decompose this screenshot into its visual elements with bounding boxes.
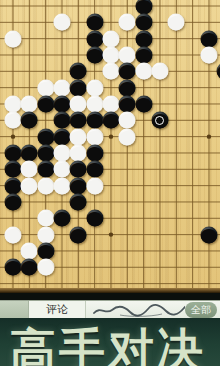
stone-glyph: ● — [119, 112, 136, 129]
stone-glyph: ● — [37, 128, 54, 145]
black-stone[interactable]: ● — [70, 193, 87, 210]
black-stone[interactable]: ● — [119, 79, 136, 96]
white-stone[interactable]: ● — [37, 226, 54, 243]
black-stone[interactable]: ● — [37, 242, 54, 259]
stone-glyph: ● — [37, 177, 54, 194]
black-stone-last-move[interactable]: ● — [151, 112, 168, 129]
black-stone[interactable]: ● — [70, 161, 87, 178]
stone-glyph: ● — [102, 95, 119, 112]
stone-glyph: ● — [168, 14, 185, 31]
star-point — [207, 134, 211, 138]
white-stone[interactable]: ● — [5, 112, 22, 129]
stone-glyph: ● — [5, 95, 22, 112]
stone-glyph: ● — [119, 79, 136, 96]
stone-glyph: ● — [151, 112, 168, 129]
stone-glyph: ● — [37, 226, 54, 243]
go-board[interactable]: ●●●●●●●●●●●●●●●●●●●●●●●●●●●●●●●●●●●●●●●●… — [0, 0, 220, 288]
stone-glyph: ● — [102, 46, 119, 63]
white-stone[interactable]: ● — [70, 128, 87, 145]
stone-glyph: ● — [37, 79, 54, 96]
stone-glyph: ● — [5, 144, 22, 161]
white-stone[interactable]: ● — [5, 95, 22, 112]
white-stone[interactable]: ● — [5, 226, 22, 243]
stone-glyph: ● — [21, 177, 38, 194]
black-stone[interactable]: ● — [53, 128, 70, 145]
stone-glyph: ● — [86, 46, 103, 63]
stone-glyph: ● — [119, 128, 136, 145]
stone-glyph: ● — [151, 63, 168, 80]
stone-glyph: ● — [70, 161, 87, 178]
white-stone[interactable]: ● — [86, 128, 103, 145]
stone-glyph: ● — [5, 193, 22, 210]
black-stone[interactable]: ● — [70, 79, 87, 96]
stone-glyph: ● — [200, 46, 217, 63]
black-stone[interactable]: ● — [37, 128, 54, 145]
black-stone[interactable]: ● — [86, 161, 103, 178]
stone-glyph: ● — [37, 161, 54, 178]
black-stone[interactable]: ● — [70, 226, 87, 243]
stone-glyph: ● — [21, 259, 38, 276]
black-stone[interactable]: ● — [37, 144, 54, 161]
white-stone[interactable]: ● — [37, 210, 54, 227]
promo-banner[interactable]: 高手对决 — [0, 318, 220, 366]
black-stone[interactable]: ● — [21, 144, 38, 161]
stone-glyph: ● — [70, 226, 87, 243]
stone-glyph: ● — [119, 63, 136, 80]
stone-glyph: ● — [135, 95, 152, 112]
black-stone[interactable]: ● — [135, 95, 152, 112]
stone-glyph: ● — [37, 95, 54, 112]
stone-glyph: ● — [70, 79, 87, 96]
stone-glyph: ● — [21, 112, 38, 129]
white-stone[interactable]: ● — [151, 63, 168, 80]
black-stone[interactable]: ● — [86, 46, 103, 63]
white-stone[interactable]: ● — [37, 79, 54, 96]
stone-glyph: ● — [37, 242, 54, 259]
white-stone[interactable]: ● — [102, 46, 119, 63]
stone-glyph: ● — [135, 46, 152, 63]
white-stone[interactable]: ● — [200, 46, 217, 63]
comment-preview-area[interactable] — [86, 301, 185, 318]
white-stone[interactable]: ● — [119, 46, 136, 63]
black-stone[interactable]: ● — [102, 112, 119, 129]
handwriting-scribble-icon — [90, 302, 185, 318]
stone-glyph: ● — [53, 128, 70, 145]
stone-glyph: ● — [102, 63, 119, 80]
stone-glyph: ● — [86, 14, 103, 31]
toolbar-left-button[interactable] — [0, 301, 29, 318]
black-stone[interactable]: ● — [86, 210, 103, 227]
black-stone[interactable]: ● — [119, 63, 136, 80]
white-stone[interactable]: ● — [102, 63, 119, 80]
stone-glyph: ● — [102, 112, 119, 129]
white-stone[interactable]: ● — [37, 259, 54, 276]
black-stone[interactable]: ● — [5, 259, 22, 276]
white-stone[interactable]: ● — [21, 95, 38, 112]
black-stone[interactable]: ● — [37, 95, 54, 112]
stone-glyph: ● — [37, 210, 54, 227]
black-stone[interactable]: ● — [5, 193, 22, 210]
stone-glyph: ● — [135, 30, 152, 47]
stone-glyph: ● — [200, 226, 217, 243]
stone-glyph: ● — [5, 161, 22, 178]
stone-glyph: ● — [5, 177, 22, 194]
stone-glyph: ● — [53, 177, 70, 194]
white-stone[interactable]: ● — [119, 14, 136, 31]
black-stone[interactable]: ● — [200, 226, 217, 243]
stone-glyph: ● — [21, 242, 38, 259]
stone-glyph: ● — [70, 112, 87, 129]
stone-glyph: ● — [119, 95, 136, 112]
stone-glyph: ● — [86, 128, 103, 145]
black-stone[interactable]: ● — [86, 14, 103, 31]
white-stone[interactable]: ● — [53, 144, 70, 161]
stone-glyph: ● — [86, 144, 103, 161]
stone-glyph: ● — [53, 144, 70, 161]
stone-glyph: ● — [21, 161, 38, 178]
stone-glyph: ● — [70, 193, 87, 210]
stone-glyph: ● — [200, 30, 217, 47]
black-stone[interactable]: ● — [53, 112, 70, 129]
white-stone[interactable]: ● — [119, 112, 136, 129]
stone-glyph: ● — [53, 79, 70, 96]
black-stone[interactable]: ● — [86, 144, 103, 161]
black-stone[interactable]: ● — [119, 95, 136, 112]
stone-glyph: ● — [70, 95, 87, 112]
stone-glyph: ● — [70, 144, 87, 161]
white-stone[interactable]: ● — [21, 177, 38, 194]
bottom-toolbar: 评论 全部 — [0, 300, 220, 318]
stone-glyph: ● — [86, 95, 103, 112]
white-stone[interactable]: ● — [37, 177, 54, 194]
stone-glyph: ● — [21, 95, 38, 112]
black-stone[interactable]: ● — [70, 112, 87, 129]
stone-glyph: ● — [135, 63, 152, 80]
stone-glyph: ● — [37, 259, 54, 276]
stone-glyph: ● — [119, 14, 136, 31]
stone-glyph: ● — [86, 177, 103, 194]
stone-glyph: ● — [53, 161, 70, 178]
white-stone[interactable]: ● — [119, 128, 136, 145]
stone-glyph: ● — [53, 210, 70, 227]
stone-glyph: ● — [86, 30, 103, 47]
stone-glyph: ● — [37, 144, 54, 161]
white-stone[interactable]: ● — [53, 177, 70, 194]
stone-glyph: ● — [5, 259, 22, 276]
white-stone[interactable]: ● — [70, 95, 87, 112]
black-stone[interactable]: ● — [37, 161, 54, 178]
stone-glyph: ● — [5, 112, 22, 129]
star-point — [11, 134, 15, 138]
stone-glyph: ● — [86, 210, 103, 227]
white-stone[interactable]: ● — [86, 79, 103, 96]
white-stone[interactable]: ● — [168, 14, 185, 31]
black-stone[interactable]: ● — [5, 177, 22, 194]
star-point — [109, 134, 113, 138]
white-stone[interactable]: ● — [70, 144, 87, 161]
black-stone[interactable]: ● — [5, 144, 22, 161]
stone-glyph: ● — [70, 128, 87, 145]
stone-glyph: ● — [86, 112, 103, 129]
stone-glyph: ● — [70, 177, 87, 194]
stone-glyph: ● — [70, 63, 87, 80]
white-stone[interactable]: ● — [135, 63, 152, 80]
stone-glyph: ● — [86, 79, 103, 96]
stone-glyph: ● — [119, 46, 136, 63]
stone-glyph: ● — [135, 14, 152, 31]
black-stone[interactable]: ● — [200, 30, 217, 47]
white-stone[interactable]: ● — [53, 79, 70, 96]
black-stone[interactable]: ● — [86, 30, 103, 47]
white-stone[interactable]: ● — [102, 30, 119, 47]
white-stone[interactable]: ● — [86, 177, 103, 194]
white-stone[interactable]: ● — [53, 161, 70, 178]
board-shadow — [0, 293, 220, 300]
black-stone[interactable]: ● — [135, 14, 152, 31]
white-stone[interactable]: ● — [86, 95, 103, 112]
stone-glyph: ● — [53, 14, 70, 31]
stone-glyph: ● — [53, 95, 70, 112]
black-stone[interactable]: ● — [86, 112, 103, 129]
black-stone[interactable]: ● — [70, 177, 87, 194]
comment-tab[interactable]: 评论 — [29, 301, 86, 318]
banner-title: 高手对决 — [10, 320, 220, 366]
app-screen: ●●●●●●●●●●●●●●●●●●●●●●●●●●●●●●●●●●●●●●●●… — [0, 0, 220, 366]
white-stone[interactable]: ● — [102, 95, 119, 112]
black-stone[interactable]: ● — [70, 63, 87, 80]
white-stone[interactable]: ● — [21, 242, 38, 259]
black-stone[interactable]: ● — [135, 46, 152, 63]
black-stone[interactable]: ● — [21, 112, 38, 129]
black-stone[interactable]: ● — [53, 210, 70, 227]
stone-glyph: ● — [5, 30, 22, 47]
star-point — [109, 232, 113, 236]
stone-glyph: ● — [102, 30, 119, 47]
black-stone[interactable]: ● — [53, 95, 70, 112]
white-stone[interactable]: ● — [5, 30, 22, 47]
stone-glyph: ● — [21, 144, 38, 161]
black-stone[interactable]: ● — [21, 259, 38, 276]
stone-glyph: ● — [5, 226, 22, 243]
all-badge[interactable]: 全部 — [185, 302, 217, 318]
stone-glyph: ● — [86, 161, 103, 178]
white-stone[interactable]: ● — [21, 161, 38, 178]
white-stone[interactable]: ● — [53, 14, 70, 31]
black-stone[interactable]: ● — [135, 30, 152, 47]
stone-glyph: ● — [53, 112, 70, 129]
black-stone[interactable]: ● — [5, 161, 22, 178]
